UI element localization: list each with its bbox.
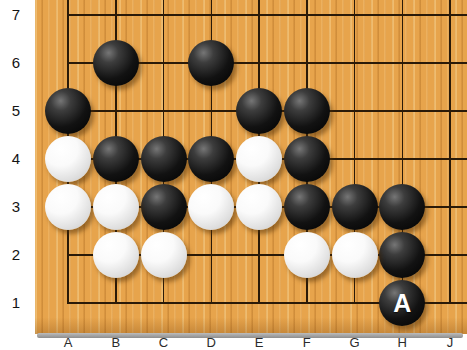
column-label-F: F xyxy=(293,336,321,350)
row-label-6: 6 xyxy=(0,54,32,72)
white-stone-D3 xyxy=(188,184,234,230)
grid-line-horizontal xyxy=(67,14,467,16)
column-label-E: E xyxy=(245,336,273,350)
black-stone-C4 xyxy=(141,136,187,182)
black-stone-B6 xyxy=(93,40,139,86)
black-stone-F4 xyxy=(284,136,330,182)
column-label-C: C xyxy=(150,336,178,350)
grid-line-vertical xyxy=(449,0,451,304)
white-stone-B3 xyxy=(93,184,139,230)
go-diagram: 7654321ABCDEFGHJ A xyxy=(0,0,467,350)
black-stone-B4 xyxy=(93,136,139,182)
black-stone-H2 xyxy=(379,232,425,278)
black-stone-H1 xyxy=(379,280,425,326)
black-stone-C3 xyxy=(141,184,187,230)
white-stone-G2 xyxy=(332,232,378,278)
white-stone-E3 xyxy=(236,184,282,230)
column-label-G: G xyxy=(341,336,369,350)
column-label-B: B xyxy=(102,336,130,350)
black-stone-D6 xyxy=(188,40,234,86)
black-stone-H3 xyxy=(379,184,425,230)
column-label-H: H xyxy=(388,336,416,350)
row-label-5: 5 xyxy=(0,102,32,120)
black-stone-F5 xyxy=(284,88,330,134)
white-stone-E4 xyxy=(236,136,282,182)
row-label-3: 3 xyxy=(0,198,32,216)
row-label-2: 2 xyxy=(0,246,32,264)
white-stone-A4 xyxy=(45,136,91,182)
black-stone-F3 xyxy=(284,184,330,230)
white-stone-F2 xyxy=(284,232,330,278)
column-label-A: A xyxy=(54,336,82,350)
black-stone-A5 xyxy=(45,88,91,134)
white-stone-C2 xyxy=(141,232,187,278)
white-stone-A3 xyxy=(45,184,91,230)
row-label-7: 7 xyxy=(0,6,32,24)
black-stone-E5 xyxy=(236,88,282,134)
black-stone-D4 xyxy=(188,136,234,182)
row-label-1: 1 xyxy=(0,294,32,312)
column-label-J: J xyxy=(436,336,464,350)
white-stone-B2 xyxy=(93,232,139,278)
column-label-D: D xyxy=(197,336,225,350)
row-label-4: 4 xyxy=(0,150,32,168)
black-stone-G3 xyxy=(332,184,378,230)
